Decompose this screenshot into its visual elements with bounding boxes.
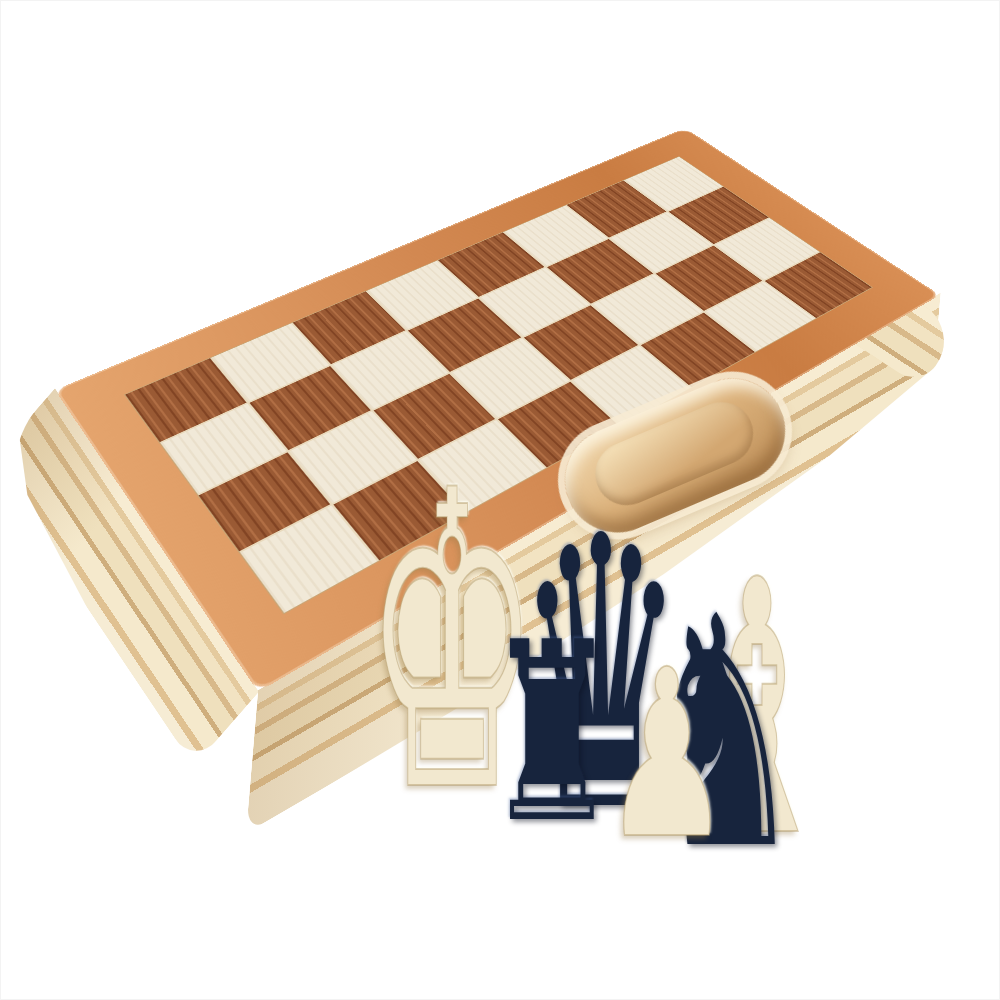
product-photo-scene: ♚ ♛ ♝ ♞ ♜ ♟ — [0, 0, 1000, 1000]
chess-piece-white-pawn: ♟ — [595, 655, 739, 857]
